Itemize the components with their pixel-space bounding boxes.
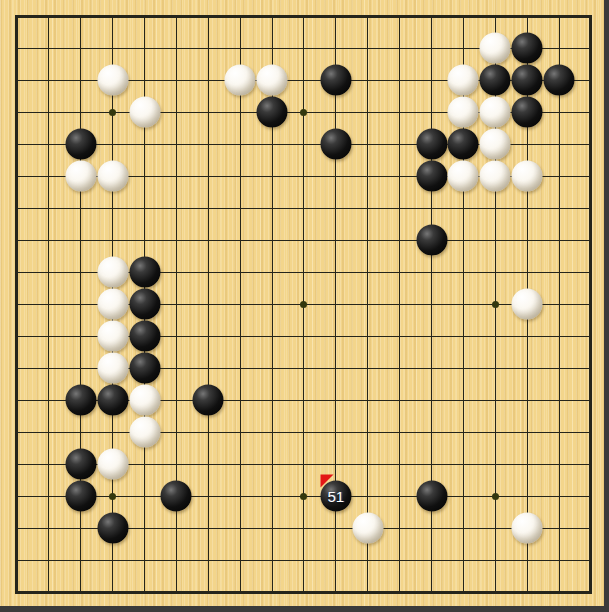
intersection-J13[interactable]: [256, 192, 288, 224]
intersection-Q14[interactable]: [479, 160, 511, 192]
intersection-H4[interactable]: [224, 480, 256, 512]
intersection-C10[interactable]: [65, 288, 97, 320]
intersection-E12[interactable]: [129, 224, 161, 256]
intersection-R1[interactable]: [511, 576, 543, 608]
intersection-O2[interactable]: [416, 544, 448, 576]
intersection-C2[interactable]: [65, 544, 97, 576]
intersection-P8[interactable]: [447, 352, 479, 384]
intersection-J1[interactable]: [256, 576, 288, 608]
intersection-S8[interactable]: [543, 352, 575, 384]
intersection-R5[interactable]: [511, 448, 543, 480]
intersection-C13[interactable]: [65, 192, 97, 224]
intersection-A16[interactable]: [1, 96, 33, 128]
intersection-R19[interactable]: [511, 0, 543, 32]
intersection-A8[interactable]: [1, 352, 33, 384]
intersection-H7[interactable]: [224, 384, 256, 416]
intersection-S3[interactable]: [543, 512, 575, 544]
intersection-S9[interactable]: [543, 320, 575, 352]
intersection-L7[interactable]: [320, 384, 352, 416]
intersection-B4[interactable]: [33, 480, 65, 512]
intersection-P1[interactable]: [447, 576, 479, 608]
intersection-M10[interactable]: [352, 288, 384, 320]
intersection-S5[interactable]: [543, 448, 575, 480]
intersection-B13[interactable]: [33, 192, 65, 224]
intersection-S18[interactable]: [543, 32, 575, 64]
intersection-H5[interactable]: [224, 448, 256, 480]
intersection-H10[interactable]: [224, 288, 256, 320]
intersection-F1[interactable]: [160, 576, 192, 608]
intersection-L6[interactable]: [320, 416, 352, 448]
intersection-L18[interactable]: [320, 32, 352, 64]
intersection-R7[interactable]: [511, 384, 543, 416]
intersection-M18[interactable]: [352, 32, 384, 64]
intersection-G14[interactable]: [192, 160, 224, 192]
intersection-C6[interactable]: [65, 416, 97, 448]
intersection-E4[interactable]: [129, 480, 161, 512]
intersection-O12[interactable]: [416, 224, 448, 256]
intersection-D10[interactable]: [97, 288, 129, 320]
intersection-H11[interactable]: [224, 256, 256, 288]
intersection-E14[interactable]: [129, 160, 161, 192]
intersection-K17[interactable]: [288, 64, 320, 96]
intersection-G18[interactable]: [192, 32, 224, 64]
intersection-O18[interactable]: [416, 32, 448, 64]
intersection-C19[interactable]: [65, 0, 97, 32]
intersection-T3[interactable]: [575, 512, 607, 544]
intersection-O3[interactable]: [416, 512, 448, 544]
intersection-S16[interactable]: [543, 96, 575, 128]
intersection-F2[interactable]: [160, 544, 192, 576]
intersection-P5[interactable]: [447, 448, 479, 480]
intersection-E1[interactable]: [129, 576, 161, 608]
intersection-S11[interactable]: [543, 256, 575, 288]
intersection-S19[interactable]: [543, 0, 575, 32]
intersection-T4[interactable]: [575, 480, 607, 512]
intersection-L14[interactable]: [320, 160, 352, 192]
intersection-A7[interactable]: [1, 384, 33, 416]
intersection-D2[interactable]: [97, 544, 129, 576]
intersection-T9[interactable]: [575, 320, 607, 352]
intersection-M13[interactable]: [352, 192, 384, 224]
intersection-A5[interactable]: [1, 448, 33, 480]
intersection-T12[interactable]: [575, 224, 607, 256]
intersection-F14[interactable]: [160, 160, 192, 192]
intersection-O13[interactable]: [416, 192, 448, 224]
intersection-O11[interactable]: [416, 256, 448, 288]
intersection-N1[interactable]: [384, 576, 416, 608]
intersection-F9[interactable]: [160, 320, 192, 352]
intersection-E10[interactable]: [129, 288, 161, 320]
intersection-Q15[interactable]: [479, 128, 511, 160]
intersection-R11[interactable]: [511, 256, 543, 288]
intersection-S6[interactable]: [543, 416, 575, 448]
intersection-R6[interactable]: [511, 416, 543, 448]
intersection-T11[interactable]: [575, 256, 607, 288]
intersection-D17[interactable]: [97, 64, 129, 96]
intersection-F3[interactable]: [160, 512, 192, 544]
intersection-Q11[interactable]: [479, 256, 511, 288]
intersection-J8[interactable]: [256, 352, 288, 384]
intersection-G6[interactable]: [192, 416, 224, 448]
intersection-N8[interactable]: [384, 352, 416, 384]
intersection-K16[interactable]: [288, 96, 320, 128]
intersection-L3[interactable]: [320, 512, 352, 544]
intersection-P2[interactable]: [447, 544, 479, 576]
intersection-D5[interactable]: [97, 448, 129, 480]
intersection-N10[interactable]: [384, 288, 416, 320]
intersection-B8[interactable]: [33, 352, 65, 384]
intersection-F7[interactable]: [160, 384, 192, 416]
intersection-K7[interactable]: [288, 384, 320, 416]
intersection-Q12[interactable]: [479, 224, 511, 256]
intersection-E2[interactable]: [129, 544, 161, 576]
intersection-R4[interactable]: [511, 480, 543, 512]
intersection-F8[interactable]: [160, 352, 192, 384]
intersection-L1[interactable]: [320, 576, 352, 608]
intersection-Q5[interactable]: [479, 448, 511, 480]
intersection-S13[interactable]: [543, 192, 575, 224]
intersection-P19[interactable]: [447, 0, 479, 32]
intersection-J4[interactable]: [256, 480, 288, 512]
intersection-P14[interactable]: [447, 160, 479, 192]
intersection-Q8[interactable]: [479, 352, 511, 384]
intersection-T19[interactable]: [575, 0, 607, 32]
intersection-A1[interactable]: [1, 576, 33, 608]
intersection-P10[interactable]: [447, 288, 479, 320]
intersection-G11[interactable]: [192, 256, 224, 288]
intersection-H15[interactable]: [224, 128, 256, 160]
intersection-L9[interactable]: [320, 320, 352, 352]
intersection-J19[interactable]: [256, 0, 288, 32]
intersection-B9[interactable]: [33, 320, 65, 352]
intersection-M16[interactable]: [352, 96, 384, 128]
intersection-O10[interactable]: [416, 288, 448, 320]
intersection-B15[interactable]: [33, 128, 65, 160]
intersection-G5[interactable]: [192, 448, 224, 480]
intersection-B17[interactable]: [33, 64, 65, 96]
intersection-N9[interactable]: [384, 320, 416, 352]
intersection-E18[interactable]: [129, 32, 161, 64]
intersection-L13[interactable]: [320, 192, 352, 224]
intersection-M1[interactable]: [352, 576, 384, 608]
intersection-G9[interactable]: [192, 320, 224, 352]
intersection-P7[interactable]: [447, 384, 479, 416]
intersection-Q4[interactable]: [479, 480, 511, 512]
intersection-M6[interactable]: [352, 416, 384, 448]
intersection-K14[interactable]: [288, 160, 320, 192]
intersection-K19[interactable]: [288, 0, 320, 32]
intersection-C4[interactable]: [65, 480, 97, 512]
intersection-S4[interactable]: [543, 480, 575, 512]
intersection-S12[interactable]: [543, 224, 575, 256]
intersection-L15[interactable]: [320, 128, 352, 160]
intersection-M5[interactable]: [352, 448, 384, 480]
intersection-R16[interactable]: [511, 96, 543, 128]
intersection-G17[interactable]: [192, 64, 224, 96]
intersection-M9[interactable]: [352, 320, 384, 352]
intersection-K18[interactable]: [288, 32, 320, 64]
intersection-H1[interactable]: [224, 576, 256, 608]
intersection-Q10[interactable]: [479, 288, 511, 320]
intersection-A12[interactable]: [1, 224, 33, 256]
intersection-G19[interactable]: [192, 0, 224, 32]
intersection-F15[interactable]: [160, 128, 192, 160]
intersection-D8[interactable]: [97, 352, 129, 384]
intersection-L4[interactable]: 51: [320, 480, 352, 512]
intersection-P13[interactable]: [447, 192, 479, 224]
intersection-Q16[interactable]: [479, 96, 511, 128]
intersection-O8[interactable]: [416, 352, 448, 384]
intersection-E7[interactable]: [129, 384, 161, 416]
intersection-O4[interactable]: [416, 480, 448, 512]
intersection-N18[interactable]: [384, 32, 416, 64]
intersection-D19[interactable]: [97, 0, 129, 32]
intersection-C8[interactable]: [65, 352, 97, 384]
intersection-L17[interactable]: [320, 64, 352, 96]
intersection-Q2[interactable]: [479, 544, 511, 576]
intersection-E9[interactable]: [129, 320, 161, 352]
intersection-S10[interactable]: [543, 288, 575, 320]
intersection-S2[interactable]: [543, 544, 575, 576]
intersection-P15[interactable]: [447, 128, 479, 160]
intersection-P3[interactable]: [447, 512, 479, 544]
intersection-D11[interactable]: [97, 256, 129, 288]
intersection-B1[interactable]: [33, 576, 65, 608]
intersection-O1[interactable]: [416, 576, 448, 608]
intersection-N19[interactable]: [384, 0, 416, 32]
intersection-O15[interactable]: [416, 128, 448, 160]
intersection-B14[interactable]: [33, 160, 65, 192]
intersection-P12[interactable]: [447, 224, 479, 256]
intersection-R14[interactable]: [511, 160, 543, 192]
intersection-D13[interactable]: [97, 192, 129, 224]
intersection-J5[interactable]: [256, 448, 288, 480]
intersection-D4[interactable]: [97, 480, 129, 512]
intersection-T17[interactable]: [575, 64, 607, 96]
intersection-Q9[interactable]: [479, 320, 511, 352]
intersection-T14[interactable]: [575, 160, 607, 192]
intersection-D6[interactable]: [97, 416, 129, 448]
intersection-T7[interactable]: [575, 384, 607, 416]
intersection-A6[interactable]: [1, 416, 33, 448]
intersection-B3[interactable]: [33, 512, 65, 544]
intersection-G10[interactable]: [192, 288, 224, 320]
intersection-M3[interactable]: [352, 512, 384, 544]
intersection-P18[interactable]: [447, 32, 479, 64]
intersection-N16[interactable]: [384, 96, 416, 128]
intersection-M4[interactable]: [352, 480, 384, 512]
intersection-E8[interactable]: [129, 352, 161, 384]
intersection-T18[interactable]: [575, 32, 607, 64]
intersection-B7[interactable]: [33, 384, 65, 416]
intersection-N12[interactable]: [384, 224, 416, 256]
intersection-K4[interactable]: [288, 480, 320, 512]
intersection-C11[interactable]: [65, 256, 97, 288]
intersection-E3[interactable]: [129, 512, 161, 544]
intersection-J14[interactable]: [256, 160, 288, 192]
intersection-J3[interactable]: [256, 512, 288, 544]
intersection-N7[interactable]: [384, 384, 416, 416]
intersection-J18[interactable]: [256, 32, 288, 64]
intersection-A14[interactable]: [1, 160, 33, 192]
intersection-J6[interactable]: [256, 416, 288, 448]
intersection-G1[interactable]: [192, 576, 224, 608]
intersection-N6[interactable]: [384, 416, 416, 448]
intersection-H2[interactable]: [224, 544, 256, 576]
intersection-R15[interactable]: [511, 128, 543, 160]
intersection-J15[interactable]: [256, 128, 288, 160]
intersection-E6[interactable]: [129, 416, 161, 448]
intersection-J17[interactable]: [256, 64, 288, 96]
intersection-L12[interactable]: [320, 224, 352, 256]
intersection-B6[interactable]: [33, 416, 65, 448]
intersection-H17[interactable]: [224, 64, 256, 96]
intersection-N4[interactable]: [384, 480, 416, 512]
intersection-T2[interactable]: [575, 544, 607, 576]
intersection-A17[interactable]: [1, 64, 33, 96]
intersection-B2[interactable]: [33, 544, 65, 576]
intersection-G12[interactable]: [192, 224, 224, 256]
intersection-L8[interactable]: [320, 352, 352, 384]
intersection-B19[interactable]: [33, 0, 65, 32]
intersection-Q3[interactable]: [479, 512, 511, 544]
intersection-O14[interactable]: [416, 160, 448, 192]
intersection-S7[interactable]: [543, 384, 575, 416]
intersection-L2[interactable]: [320, 544, 352, 576]
intersection-N5[interactable]: [384, 448, 416, 480]
intersection-N11[interactable]: [384, 256, 416, 288]
intersection-S15[interactable]: [543, 128, 575, 160]
intersection-R13[interactable]: [511, 192, 543, 224]
intersection-K11[interactable]: [288, 256, 320, 288]
intersection-C16[interactable]: [65, 96, 97, 128]
intersection-A3[interactable]: [1, 512, 33, 544]
intersection-P11[interactable]: [447, 256, 479, 288]
intersection-C15[interactable]: [65, 128, 97, 160]
intersection-S14[interactable]: [543, 160, 575, 192]
intersection-H18[interactable]: [224, 32, 256, 64]
intersection-J7[interactable]: [256, 384, 288, 416]
intersection-K5[interactable]: [288, 448, 320, 480]
intersection-T8[interactable]: [575, 352, 607, 384]
intersection-K13[interactable]: [288, 192, 320, 224]
intersection-C5[interactable]: [65, 448, 97, 480]
intersection-P16[interactable]: [447, 96, 479, 128]
intersection-T16[interactable]: [575, 96, 607, 128]
intersection-D14[interactable]: [97, 160, 129, 192]
intersection-J9[interactable]: [256, 320, 288, 352]
intersection-H6[interactable]: [224, 416, 256, 448]
intersection-D16[interactable]: [97, 96, 129, 128]
intersection-J11[interactable]: [256, 256, 288, 288]
intersection-A11[interactable]: [1, 256, 33, 288]
intersection-D3[interactable]: [97, 512, 129, 544]
intersection-D15[interactable]: [97, 128, 129, 160]
intersection-O7[interactable]: [416, 384, 448, 416]
intersection-F13[interactable]: [160, 192, 192, 224]
intersection-R8[interactable]: [511, 352, 543, 384]
intersection-N14[interactable]: [384, 160, 416, 192]
intersection-H9[interactable]: [224, 320, 256, 352]
intersection-G13[interactable]: [192, 192, 224, 224]
intersection-K3[interactable]: [288, 512, 320, 544]
intersection-B10[interactable]: [33, 288, 65, 320]
intersection-F11[interactable]: [160, 256, 192, 288]
intersection-K12[interactable]: [288, 224, 320, 256]
intersection-H14[interactable]: [224, 160, 256, 192]
intersection-Q6[interactable]: [479, 416, 511, 448]
intersection-D18[interactable]: [97, 32, 129, 64]
intersection-L19[interactable]: [320, 0, 352, 32]
intersection-F19[interactable]: [160, 0, 192, 32]
intersection-R17[interactable]: [511, 64, 543, 96]
intersection-H19[interactable]: [224, 0, 256, 32]
intersection-T10[interactable]: [575, 288, 607, 320]
intersection-F16[interactable]: [160, 96, 192, 128]
intersection-N3[interactable]: [384, 512, 416, 544]
intersection-G4[interactable]: [192, 480, 224, 512]
intersection-K10[interactable]: [288, 288, 320, 320]
intersection-R12[interactable]: [511, 224, 543, 256]
intersection-C1[interactable]: [65, 576, 97, 608]
intersection-H13[interactable]: [224, 192, 256, 224]
intersection-N15[interactable]: [384, 128, 416, 160]
intersection-G16[interactable]: [192, 96, 224, 128]
intersection-E16[interactable]: [129, 96, 161, 128]
intersection-F12[interactable]: [160, 224, 192, 256]
intersection-J10[interactable]: [256, 288, 288, 320]
intersection-H12[interactable]: [224, 224, 256, 256]
intersection-B18[interactable]: [33, 32, 65, 64]
intersection-C7[interactable]: [65, 384, 97, 416]
intersection-M17[interactable]: [352, 64, 384, 96]
intersection-Q18[interactable]: [479, 32, 511, 64]
intersection-F10[interactable]: [160, 288, 192, 320]
intersection-Q17[interactable]: [479, 64, 511, 96]
intersection-P17[interactable]: [447, 64, 479, 96]
intersection-B12[interactable]: [33, 224, 65, 256]
intersection-A9[interactable]: [1, 320, 33, 352]
intersection-D7[interactable]: [97, 384, 129, 416]
intersection-O5[interactable]: [416, 448, 448, 480]
intersection-E13[interactable]: [129, 192, 161, 224]
intersection-N13[interactable]: [384, 192, 416, 224]
intersection-M14[interactable]: [352, 160, 384, 192]
intersection-K15[interactable]: [288, 128, 320, 160]
intersection-C18[interactable]: [65, 32, 97, 64]
intersection-B11[interactable]: [33, 256, 65, 288]
intersection-T1[interactable]: [575, 576, 607, 608]
intersection-G7[interactable]: [192, 384, 224, 416]
intersection-G2[interactable]: [192, 544, 224, 576]
intersection-R9[interactable]: [511, 320, 543, 352]
intersection-F6[interactable]: [160, 416, 192, 448]
intersection-C17[interactable]: [65, 64, 97, 96]
intersection-E15[interactable]: [129, 128, 161, 160]
intersection-T15[interactable]: [575, 128, 607, 160]
intersection-B16[interactable]: [33, 96, 65, 128]
intersection-M2[interactable]: [352, 544, 384, 576]
intersection-D1[interactable]: [97, 576, 129, 608]
intersection-K1[interactable]: [288, 576, 320, 608]
intersection-T6[interactable]: [575, 416, 607, 448]
intersection-Q7[interactable]: [479, 384, 511, 416]
intersection-O9[interactable]: [416, 320, 448, 352]
intersection-K6[interactable]: [288, 416, 320, 448]
intersection-M19[interactable]: [352, 0, 384, 32]
intersection-A2[interactable]: [1, 544, 33, 576]
intersection-R3[interactable]: [511, 512, 543, 544]
